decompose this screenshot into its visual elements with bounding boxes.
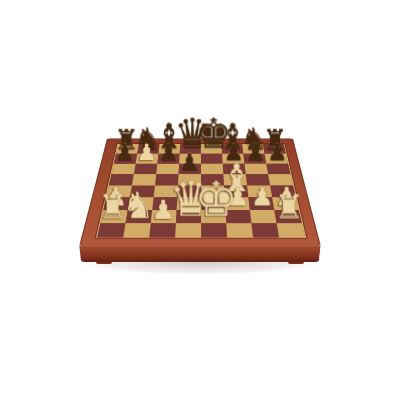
square-g1[interactable] xyxy=(251,223,279,237)
board-frame: ♜♞♝♛♚♝♞♜♟♟♟♟♟♟♟♝♟♟♟♟♜♞♟♛♚♜ xyxy=(79,139,320,246)
square-e1[interactable] xyxy=(201,223,227,237)
square-e2[interactable]: ♚ xyxy=(201,210,226,223)
square-h1[interactable] xyxy=(277,223,305,237)
square-a6[interactable] xyxy=(111,164,135,175)
square-d1[interactable] xyxy=(175,223,201,237)
board-frame-front-edge xyxy=(79,245,320,262)
square-h6[interactable] xyxy=(266,164,290,175)
square-c1[interactable] xyxy=(149,223,176,237)
square-f1[interactable] xyxy=(226,223,253,237)
chess-board: ♜♞♝♛♚♝♞♜♟♟♟♟♟♟♟♝♟♟♟♟♜♞♟♛♚♜ xyxy=(79,139,320,246)
square-h2[interactable]: ♜ xyxy=(274,210,301,223)
white-rook-h2[interactable]: ♜ xyxy=(270,190,308,223)
chess-set-photo: ♜♞♝♛♚♝♞♜♟♟♟♟♟♟♟♝♟♟♟♟♜♞♟♛♚♜ xyxy=(0,0,400,400)
white-king-e2[interactable]: ♚ xyxy=(195,175,233,223)
square-b6[interactable] xyxy=(134,164,158,175)
square-h7[interactable]: ♟ xyxy=(265,154,289,164)
square-a1[interactable] xyxy=(97,223,125,237)
black-pawn-h7[interactable]: ♟ xyxy=(261,141,294,164)
board-grid: ♜♞♝♛♚♝♞♜♟♟♟♟♟♟♟♝♟♟♟♟♜♞♟♛♚♜ xyxy=(96,144,306,238)
square-b1[interactable] xyxy=(123,223,151,237)
